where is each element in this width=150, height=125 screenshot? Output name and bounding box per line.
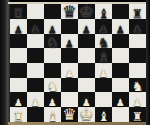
square-c7[interactable]: ♟ <box>44 19 61 34</box>
square-h1[interactable]: ♜ <box>129 107 146 122</box>
square-b5[interactable] <box>27 48 44 63</box>
square-f7[interactable]: ♟ <box>95 19 112 34</box>
square-f8[interactable]: ♝ <box>95 4 112 19</box>
square-f1[interactable]: ♝ <box>95 107 112 122</box>
square-a7[interactable]: ♟ <box>10 19 27 34</box>
square-g8[interactable] <box>112 4 129 19</box>
square-a6[interactable] <box>10 34 27 49</box>
square-d8[interactable]: ♛ <box>61 4 78 19</box>
square-h2[interactable]: ♟ <box>129 92 146 107</box>
board-frame-right <box>146 0 150 125</box>
square-d3[interactable] <box>61 78 78 93</box>
square-g1[interactable] <box>112 107 129 122</box>
square-f2[interactable] <box>95 92 112 107</box>
square-g7[interactable]: ♟ <box>112 19 129 34</box>
square-b6[interactable] <box>27 34 44 49</box>
white-queen: ♛ <box>62 107 76 123</box>
square-d6[interactable]: ♟ <box>61 34 78 49</box>
square-c1[interactable]: ♝ <box>44 107 61 122</box>
square-d7[interactable] <box>61 19 78 34</box>
square-f4[interactable]: ♟ <box>95 63 112 78</box>
square-g5[interactable] <box>112 48 129 63</box>
square-g6[interactable] <box>112 34 129 49</box>
square-f6[interactable]: ♞ <box>95 34 112 49</box>
square-f3[interactable] <box>95 78 112 93</box>
square-b1[interactable] <box>27 107 44 122</box>
square-a1[interactable]: ♜ <box>10 107 27 122</box>
black-king: ♚ <box>79 4 93 20</box>
square-h7[interactable]: ♟ <box>129 19 146 34</box>
square-d1[interactable]: ♛ <box>61 107 78 122</box>
square-h4[interactable] <box>129 63 146 78</box>
square-d5[interactable] <box>61 48 78 63</box>
square-h8[interactable]: ♜ <box>129 4 146 19</box>
square-b8[interactable] <box>27 4 44 19</box>
square-c8[interactable] <box>44 4 61 19</box>
square-c6[interactable]: ♞ <box>44 34 61 49</box>
square-b2[interactable]: ♟ <box>27 92 44 107</box>
square-e6[interactable] <box>78 34 95 49</box>
square-a3[interactable] <box>10 78 27 93</box>
square-f5[interactable]: ♝ <box>95 48 112 63</box>
board-edge-bottom <box>8 122 150 125</box>
square-b3[interactable] <box>27 78 44 93</box>
square-g3[interactable] <box>112 78 129 93</box>
square-g2[interactable]: ♟ <box>112 92 129 107</box>
chess-board: ♜♛♚♝♜♟♟♟♟♟♟♟♞♟♞♝♟♟♞♞♟♟♟♟♟♟♜♝♛♚♝♜ <box>10 4 146 122</box>
square-g4[interactable] <box>112 63 129 78</box>
square-c3[interactable]: ♞ <box>44 78 61 93</box>
square-c2[interactable]: ♟ <box>44 92 61 107</box>
square-e4[interactable] <box>78 63 95 78</box>
square-e5[interactable] <box>78 48 95 63</box>
square-a4[interactable] <box>10 63 27 78</box>
square-h5[interactable] <box>129 48 146 63</box>
square-e8[interactable]: ♚ <box>78 4 95 19</box>
square-e7[interactable]: ♟ <box>78 19 95 34</box>
square-c4[interactable] <box>44 63 61 78</box>
square-h6[interactable] <box>129 34 146 49</box>
chess-app-window: ♜♛♚♝♜♟♟♟♟♟♟♟♞♟♞♝♟♟♞♞♟♟♟♟♟♟♜♝♛♚♝♜ <box>0 0 150 125</box>
square-a5[interactable] <box>10 48 27 63</box>
white-king: ♚ <box>79 107 93 123</box>
square-b4[interactable] <box>27 63 44 78</box>
square-e2[interactable]: ♟ <box>78 92 95 107</box>
square-d4[interactable]: ♟ <box>61 63 78 78</box>
square-c5[interactable] <box>44 48 61 63</box>
square-b7[interactable]: ♟ <box>27 19 44 34</box>
board-frame-left <box>0 0 10 125</box>
square-h3[interactable]: ♞ <box>129 78 146 93</box>
black-queen: ♛ <box>62 4 76 20</box>
square-e1[interactable]: ♚ <box>78 107 95 122</box>
square-a2[interactable]: ♟ <box>10 92 27 107</box>
square-e3[interactable] <box>78 78 95 93</box>
square-d2[interactable] <box>61 92 78 107</box>
square-a8[interactable]: ♜ <box>10 4 27 19</box>
